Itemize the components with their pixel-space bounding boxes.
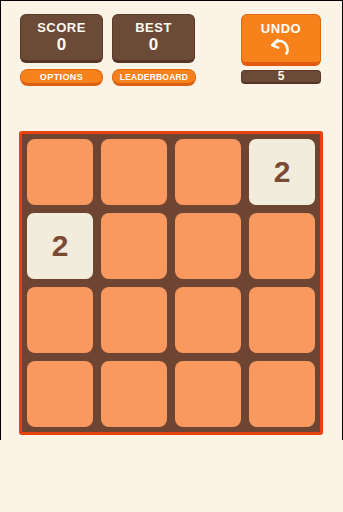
empty-cell-r0c1 [101,139,167,205]
app-screen: { "game": "2048", "position": "0002/2000… [0,0,343,512]
empty-cell-r0c2 [175,139,241,205]
empty-cell-r2c3 [249,287,315,353]
empty-cell-r1c3 [249,213,315,279]
empty-cell-r2c0 [27,287,93,353]
empty-cell-r3c0 [27,361,93,427]
undo-button-label: UNDO [261,21,301,36]
score-value: 0 [57,36,66,55]
undo-arrow-icon [268,37,294,56]
leaderboard-button[interactable]: LEADERBOARD [112,69,196,86]
best-label: BEST [135,20,172,36]
best-value: 0 [149,36,158,55]
empty-cell-r3c2 [175,361,241,427]
undo-remaining-counter: 5 [241,70,321,84]
leaderboard-button-label: LEADERBOARD [120,72,188,82]
board-grid[interactable]: 22 [19,131,323,435]
empty-cell-r1c2 [175,213,241,279]
empty-cell-r3c1 [101,361,167,427]
screen-edge-top [0,0,343,1]
screen-edge-left [0,0,1,440]
best-panel: BEST 0 [112,14,195,63]
empty-cell-r2c2 [175,287,241,353]
score-panel: SCORE 0 [20,14,103,63]
options-button-label: OPTIONS [40,72,83,82]
undo-button[interactable]: UNDO [241,14,321,66]
empty-cell-r1c1 [101,213,167,279]
undo-remaining-value: 5 [278,70,285,83]
empty-cell-r0c0 [27,139,93,205]
tile-2-r1c0: 2 [27,213,93,279]
options-button[interactable]: OPTIONS [20,69,103,86]
score-label: SCORE [37,20,86,36]
empty-cell-r3c3 [249,361,315,427]
tile-2-r0c3: 2 [249,139,315,205]
empty-cell-r2c1 [101,287,167,353]
